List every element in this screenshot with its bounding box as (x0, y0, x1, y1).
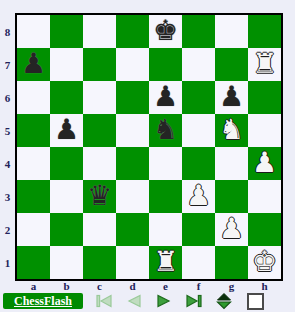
square-h6[interactable] (248, 81, 281, 114)
square-h1[interactable]: ♚ (248, 246, 281, 279)
rank-label-8: 8 (0, 15, 15, 48)
rank-label-7: 7 (0, 48, 15, 81)
file-label-c: c (83, 280, 116, 292)
square-b3[interactable] (50, 180, 83, 213)
square-a1[interactable] (17, 246, 50, 279)
flip-board-button[interactable] (215, 292, 233, 310)
square-b5[interactable]: ♟ (50, 114, 83, 147)
square-f4[interactable] (182, 147, 215, 180)
rank-label-1: 1 (0, 246, 15, 279)
flip-board-icon (215, 292, 233, 310)
file-label-a: a (17, 280, 50, 292)
go-to-start-button[interactable] (95, 292, 113, 310)
white-pawn-h4[interactable]: ♟ (248, 146, 281, 179)
square-g8[interactable] (215, 15, 248, 48)
square-b6[interactable] (50, 81, 83, 114)
square-a6[interactable] (17, 81, 50, 114)
square-b7[interactable] (50, 48, 83, 81)
black-pawn-a7[interactable]: ♟ (17, 47, 50, 80)
square-f5[interactable] (182, 114, 215, 147)
black-pawn-b5[interactable]: ♟ (50, 113, 83, 146)
white-rook-e1[interactable]: ♜ (149, 245, 182, 278)
square-f2[interactable] (182, 213, 215, 246)
square-c5[interactable] (83, 114, 116, 147)
square-c3[interactable]: ♛ (83, 180, 116, 213)
square-g3[interactable] (215, 180, 248, 213)
square-e3[interactable] (149, 180, 182, 213)
square-a8[interactable] (17, 15, 50, 48)
step-back-button[interactable] (125, 292, 143, 310)
square-h7[interactable]: ♜ (248, 48, 281, 81)
file-label-e: e (149, 280, 182, 292)
square-a3[interactable] (17, 180, 50, 213)
file-label-d: d (116, 280, 149, 292)
square-h2[interactable] (248, 213, 281, 246)
square-d1[interactable] (116, 246, 149, 279)
square-c2[interactable] (83, 213, 116, 246)
square-d2[interactable] (116, 213, 149, 246)
square-g5[interactable]: ♞ (215, 114, 248, 147)
square-d7[interactable] (116, 48, 149, 81)
square-a7[interactable]: ♟ (17, 48, 50, 81)
square-f3[interactable]: ♟ (182, 180, 215, 213)
square-d8[interactable] (116, 15, 149, 48)
square-h3[interactable] (248, 180, 281, 213)
square-e6[interactable]: ♟ (149, 81, 182, 114)
file-label-h: h (248, 280, 281, 292)
square-g2[interactable]: ♟ (215, 213, 248, 246)
white-king-h1[interactable]: ♚ (248, 245, 281, 278)
chessflash-widget: 87654321 ♚♟♜♟♟♟♞♞♟♛♟♟♜♚ abcdefgh ChessFl… (0, 0, 295, 312)
square-h8[interactable] (248, 15, 281, 48)
autoplay-checkbox[interactable] (247, 293, 264, 310)
rank-label-3: 3 (0, 180, 15, 213)
control-bar: ChessFlash (3, 292, 264, 310)
square-c1[interactable] (83, 246, 116, 279)
file-labels: abcdefgh (17, 280, 281, 292)
rank-labels: 87654321 (0, 15, 15, 279)
square-f8[interactable] (182, 15, 215, 48)
square-b1[interactable] (50, 246, 83, 279)
file-label-g: g (215, 280, 248, 292)
black-knight-e5[interactable]: ♞ (149, 113, 182, 146)
rank-label-6: 6 (0, 81, 15, 114)
square-g1[interactable] (215, 246, 248, 279)
square-d6[interactable] (116, 81, 149, 114)
rank-label-4: 4 (0, 147, 15, 180)
square-d3[interactable] (116, 180, 149, 213)
black-pawn-g6[interactable]: ♟ (215, 80, 248, 113)
step-forward-icon (155, 292, 173, 310)
square-h5[interactable] (248, 114, 281, 147)
square-e5[interactable]: ♞ (149, 114, 182, 147)
chessflash-logo[interactable]: ChessFlash (3, 293, 83, 309)
square-e4[interactable] (149, 147, 182, 180)
black-king-e8[interactable]: ♚ (149, 14, 182, 47)
square-c8[interactable] (83, 15, 116, 48)
skip-to-start-icon (95, 292, 113, 310)
square-d4[interactable] (116, 147, 149, 180)
square-g7[interactable] (215, 48, 248, 81)
square-b4[interactable] (50, 147, 83, 180)
square-f7[interactable] (182, 48, 215, 81)
square-g6[interactable]: ♟ (215, 81, 248, 114)
white-knight-g5[interactable]: ♞ (215, 113, 248, 146)
square-g4[interactable] (215, 147, 248, 180)
square-e1[interactable]: ♜ (149, 246, 182, 279)
rank-label-2: 2 (0, 213, 15, 246)
square-h4[interactable]: ♟ (248, 147, 281, 180)
step-back-icon (125, 292, 143, 310)
chess-board: ♚♟♜♟♟♟♞♞♟♛♟♟♜♚ (15, 13, 283, 281)
square-a5[interactable] (17, 114, 50, 147)
step-forward-button[interactable] (155, 292, 173, 310)
square-c6[interactable] (83, 81, 116, 114)
skip-to-end-icon (185, 292, 203, 310)
square-a4[interactable] (17, 147, 50, 180)
white-pawn-g2[interactable]: ♟ (215, 212, 248, 245)
black-queen-c3[interactable]: ♛ (83, 179, 116, 212)
file-label-f: f (182, 280, 215, 292)
white-rook-h7[interactable]: ♜ (248, 47, 281, 80)
square-b2[interactable] (50, 213, 83, 246)
file-label-b: b (50, 280, 83, 292)
square-f6[interactable] (182, 81, 215, 114)
square-c7[interactable] (83, 48, 116, 81)
rank-label-5: 5 (0, 114, 15, 147)
square-e2[interactable] (149, 213, 182, 246)
go-to-end-button[interactable] (185, 292, 203, 310)
square-e7[interactable] (149, 48, 182, 81)
black-pawn-e6[interactable]: ♟ (149, 80, 182, 113)
square-b8[interactable] (50, 15, 83, 48)
white-pawn-f3[interactable]: ♟ (182, 179, 215, 212)
square-c4[interactable] (83, 147, 116, 180)
square-a2[interactable] (17, 213, 50, 246)
square-d5[interactable] (116, 114, 149, 147)
square-f1[interactable] (182, 246, 215, 279)
square-e8[interactable]: ♚ (149, 15, 182, 48)
